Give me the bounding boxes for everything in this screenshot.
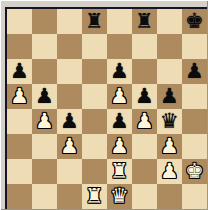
square-e6[interactable]: ♟ bbox=[107, 59, 132, 84]
white-pawn[interactable]: ♟ bbox=[107, 84, 132, 109]
square-b5[interactable]: ♟ bbox=[32, 84, 57, 109]
square-e4[interactable]: ♟ bbox=[107, 109, 132, 134]
square-f2[interactable] bbox=[132, 159, 157, 184]
square-e1[interactable]: ♛ bbox=[107, 184, 132, 209]
black-king[interactable]: ♚ bbox=[182, 9, 207, 34]
square-d1[interactable]: ♜ bbox=[82, 184, 107, 209]
square-e5[interactable]: ♟ bbox=[107, 84, 132, 109]
square-f7[interactable] bbox=[132, 34, 157, 59]
square-h1[interactable] bbox=[182, 184, 207, 209]
square-g4[interactable]: ♛ bbox=[157, 109, 182, 134]
black-pawn[interactable]: ♟ bbox=[32, 84, 57, 109]
square-b3[interactable] bbox=[32, 134, 57, 159]
black-pawn[interactable]: ♟ bbox=[107, 109, 132, 134]
square-f5[interactable]: ♟ bbox=[132, 84, 157, 109]
square-g7[interactable] bbox=[157, 34, 182, 59]
square-b4[interactable]: ♟ bbox=[32, 109, 57, 134]
white-pawn[interactable]: ♟ bbox=[57, 134, 82, 159]
white-rook[interactable]: ♜ bbox=[107, 159, 132, 184]
square-c3[interactable]: ♟ bbox=[57, 134, 82, 159]
square-d4[interactable] bbox=[82, 109, 107, 134]
square-a7[interactable] bbox=[7, 34, 32, 59]
square-h8[interactable]: ♚ bbox=[182, 9, 207, 34]
black-rook[interactable]: ♜ bbox=[82, 9, 107, 34]
square-h2[interactable]: ♚ bbox=[182, 159, 207, 184]
square-f3[interactable] bbox=[132, 134, 157, 159]
square-g8[interactable] bbox=[157, 9, 182, 34]
square-h4[interactable] bbox=[182, 109, 207, 134]
square-e2[interactable]: ♜ bbox=[107, 159, 132, 184]
white-pawn[interactable]: ♟ bbox=[157, 159, 182, 184]
black-pawn[interactable]: ♟ bbox=[7, 59, 32, 84]
square-a3[interactable] bbox=[7, 134, 32, 159]
square-b2[interactable] bbox=[32, 159, 57, 184]
square-g3[interactable]: ♟ bbox=[157, 134, 182, 159]
black-queen[interactable]: ♛ bbox=[157, 109, 182, 134]
square-h6[interactable]: ♟ bbox=[182, 59, 207, 84]
square-g5[interactable]: ♟ bbox=[157, 84, 182, 109]
square-g2[interactable]: ♟ bbox=[157, 159, 182, 184]
white-pawn[interactable]: ♟ bbox=[107, 134, 132, 159]
square-a1[interactable] bbox=[7, 184, 32, 209]
square-e8[interactable] bbox=[107, 9, 132, 34]
square-f8[interactable]: ♜ bbox=[132, 9, 157, 34]
square-a5[interactable]: ♟ bbox=[7, 84, 32, 109]
square-c4[interactable]: ♟ bbox=[57, 109, 82, 134]
black-pawn[interactable]: ♟ bbox=[157, 84, 182, 109]
square-b1[interactable] bbox=[32, 184, 57, 209]
square-e7[interactable] bbox=[107, 34, 132, 59]
square-b7[interactable] bbox=[32, 34, 57, 59]
square-d7[interactable] bbox=[82, 34, 107, 59]
black-pawn[interactable]: ♟ bbox=[132, 84, 157, 109]
square-f4[interactable]: ♟ bbox=[132, 109, 157, 134]
square-f1[interactable] bbox=[132, 184, 157, 209]
black-pawn[interactable]: ♟ bbox=[107, 59, 132, 84]
square-e3[interactable]: ♟ bbox=[107, 134, 132, 159]
square-c7[interactable] bbox=[57, 34, 82, 59]
square-c2[interactable] bbox=[57, 159, 82, 184]
black-rook[interactable]: ♜ bbox=[132, 9, 157, 34]
square-a6[interactable]: ♟ bbox=[7, 59, 32, 84]
square-f6[interactable] bbox=[132, 59, 157, 84]
white-pawn[interactable]: ♟ bbox=[157, 134, 182, 159]
square-d2[interactable] bbox=[82, 159, 107, 184]
square-b8[interactable] bbox=[32, 9, 57, 34]
square-a8[interactable] bbox=[7, 9, 32, 34]
square-h3[interactable] bbox=[182, 134, 207, 159]
white-king[interactable]: ♚ bbox=[182, 159, 207, 184]
white-rook[interactable]: ♜ bbox=[82, 184, 107, 209]
square-c6[interactable] bbox=[57, 59, 82, 84]
square-b6[interactable] bbox=[32, 59, 57, 84]
white-pawn[interactable]: ♟ bbox=[132, 109, 157, 134]
square-g6[interactable] bbox=[157, 59, 182, 84]
square-c5[interactable] bbox=[57, 84, 82, 109]
square-g1[interactable] bbox=[157, 184, 182, 209]
window-background: ♜♜♚♟♟♟♟♟♟♟♟♟♟♟♟♛♟♟♟♜♟♚♜♛ bbox=[0, 0, 208, 210]
square-d5[interactable] bbox=[82, 84, 107, 109]
black-pawn[interactable]: ♟ bbox=[57, 109, 82, 134]
square-h7[interactable] bbox=[182, 34, 207, 59]
chess-board: ♜♜♚♟♟♟♟♟♟♟♟♟♟♟♟♛♟♟♟♜♟♚♜♛ bbox=[5, 7, 207, 209]
square-d8[interactable]: ♜ bbox=[82, 9, 107, 34]
white-queen[interactable]: ♛ bbox=[107, 184, 132, 209]
white-pawn[interactable]: ♟ bbox=[32, 109, 57, 134]
square-d6[interactable] bbox=[82, 59, 107, 84]
black-pawn[interactable]: ♟ bbox=[182, 59, 207, 84]
square-h5[interactable] bbox=[182, 84, 207, 109]
white-pawn[interactable]: ♟ bbox=[7, 84, 32, 109]
square-a2[interactable] bbox=[7, 159, 32, 184]
square-c8[interactable] bbox=[57, 9, 82, 34]
square-d3[interactable] bbox=[82, 134, 107, 159]
square-c1[interactable] bbox=[57, 184, 82, 209]
square-a4[interactable] bbox=[7, 109, 32, 134]
